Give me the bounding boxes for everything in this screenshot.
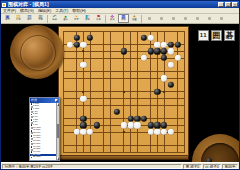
move-list-rows: 1 Q162 D173 C184 D45 D66 C47 D58 E49 F51…	[30, 103, 56, 161]
stone-bowl	[192, 134, 239, 162]
toolbar-button-label: 认输	[96, 19, 101, 22]
star-point	[83, 91, 85, 93]
toolbar-button-label: 保存	[27, 19, 32, 22]
scrollbar-thumb[interactable]	[57, 124, 59, 138]
toolbar-separator	[141, 15, 142, 23]
toolbar-button-通过[interactable]: ●通过	[60, 14, 71, 23]
toolbar-button-形势[interactable]: ◧形势	[82, 14, 93, 23]
toolbar: ▣开局▤打开▥保存▦复盘↶悔棋●通过☀提示◧形势⚑认输✜数子▦摆棋✦设置	[1, 14, 239, 24]
toolbar-disabled-button	[148, 17, 151, 20]
star-point	[123, 131, 125, 133]
game-canvas: 11囲碁 棋谱 × 1 Q162 D173 C184 D45 D66 C47 D…	[1, 24, 239, 162]
stone-bowl-lid	[10, 25, 64, 79]
toolbar-button-label: 摆棋	[121, 19, 126, 22]
toolbar-button-数子[interactable]: ✜数子	[107, 14, 118, 23]
scroll-up-icon[interactable]: ▲	[57, 103, 60, 107]
go-board[interactable]	[58, 26, 189, 156]
status-text: 对局中：第46手 黑23子 白23子	[2, 164, 182, 169]
toolbar-disabled-button	[172, 17, 175, 20]
capture-box-1: 囲	[211, 30, 222, 41]
toolbar-button-悔棋[interactable]: ↶悔棋	[49, 14, 60, 23]
move-text: 21 Q15	[33, 156, 40, 159]
capture-box-0: 11	[198, 30, 209, 41]
toolbar-button-认输[interactable]: ⚑认输	[93, 14, 104, 23]
scroll-down-icon[interactable]: ▼	[57, 157, 60, 161]
status-black-captures: 黑 提子0	[183, 164, 201, 169]
close-icon[interactable]: ×	[55, 99, 59, 103]
app-icon	[2, 3, 6, 7]
title-bar: 围棋对弈 - [棋局1] _□×	[1, 1, 239, 8]
toolbar-disabled-button	[184, 17, 187, 20]
star-point	[123, 91, 125, 93]
status-white-captures: 白 提子0	[203, 164, 221, 169]
toolbar-button-设置[interactable]: ✦设置	[129, 14, 140, 23]
move-row[interactable]: 21 Q15	[30, 156, 56, 159]
toolbar-disabled-button	[220, 17, 223, 20]
capture-display: 11囲碁	[198, 30, 235, 41]
toolbar-button-label: 提示	[74, 19, 79, 22]
toolbar-disabled-button	[160, 17, 163, 20]
toolbar-button-开局[interactable]: ▣开局	[2, 14, 13, 23]
board-side-edge	[58, 156, 189, 160]
toolbar-button-label: 数子	[110, 19, 115, 22]
menu-item-2[interactable]: 编辑(E)	[38, 8, 51, 14]
toolbar-button-保存[interactable]: ▥保存	[24, 14, 35, 23]
toolbar-separator	[47, 15, 48, 23]
status-bar: 对局中：第46手 黑23子 白23子 黑 提子0 白 提子0 第46手	[1, 162, 239, 169]
toolbar-button-打开[interactable]: ▤打开	[13, 14, 24, 23]
app-window: 围棋对弈 - [棋局1] _□× 文件(F)棋局(G)编辑(E)工具(T)帮助(…	[0, 0, 240, 170]
move-list-window: 棋谱 × 1 Q162 D173 C184 D45 D66 C47 D58 E4…	[29, 97, 60, 161]
toolbar-button-label: 设置	[132, 19, 137, 22]
menu-item-1[interactable]: 棋局(G)	[20, 8, 34, 14]
menu-item-4[interactable]: 帮助(H)	[72, 8, 86, 14]
toolbar-button-label: 开局	[5, 19, 10, 22]
toolbar-button-label: 形势	[85, 19, 90, 22]
toolbar-button-提示[interactable]: ☀提示	[71, 14, 82, 23]
close-button[interactable]: ×	[232, 2, 238, 7]
toolbar-button-label: 打开	[16, 19, 21, 22]
star-point	[163, 91, 165, 93]
minimize-button[interactable]: _	[218, 2, 224, 7]
toolbar-button-复盘[interactable]: ▦复盘	[35, 14, 46, 23]
menu-item-3[interactable]: 工具(T)	[55, 8, 68, 14]
status-move-number: 第46手	[222, 164, 238, 169]
toolbar-button-摆棋[interactable]: ▦摆棋	[118, 14, 129, 23]
menu-item-0[interactable]: 文件(F)	[3, 8, 16, 14]
toolbar-separator	[105, 15, 106, 23]
toolbar-disabled-button	[208, 17, 211, 20]
capture-box-2: 碁	[224, 30, 235, 41]
toolbar-button-label: 复盘	[38, 19, 43, 22]
toolbar-button-label: 悔棋	[52, 19, 57, 22]
captured-black-stone	[206, 158, 212, 162]
move-list-scrollbar[interactable]: ▲ ▼	[56, 103, 60, 161]
maximize-button[interactable]: □	[225, 2, 231, 7]
toolbar-disabled-button	[196, 17, 199, 20]
toolbar-button-label: 通过	[63, 19, 68, 22]
star-point	[83, 51, 85, 53]
stone-bowl-interior	[201, 143, 239, 162]
